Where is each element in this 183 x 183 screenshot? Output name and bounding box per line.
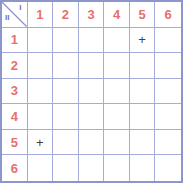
cell-r2c2[interactable] [53,53,79,79]
cell-r1c4[interactable] [104,28,130,54]
cell-r2c1[interactable] [28,53,54,79]
cell-r6c6[interactable] [155,155,181,181]
corner-axis-cell: III [2,2,28,28]
cell-r4c4[interactable] [104,104,130,130]
row-header-1: 1 [2,28,28,54]
cell-r3c3[interactable] [79,79,105,105]
cell-r2c5[interactable] [130,53,156,79]
row-header-6: 6 [2,155,28,181]
axis-label-top: I [19,4,21,12]
row-header-5: 5 [2,130,28,156]
cell-r1c2[interactable] [53,28,79,54]
row-header-3: 3 [2,79,28,105]
axis-label-bottom: II [5,14,9,22]
cell-r2c3[interactable] [79,53,105,79]
cell-r6c5[interactable] [130,155,156,181]
cell-r5c3[interactable] [79,130,105,156]
col-header-5: 5 [130,2,156,28]
cell-r5c2[interactable] [53,130,79,156]
cell-r2c4[interactable] [104,53,130,79]
row-header-4: 4 [2,104,28,130]
cell-r5c4[interactable] [104,130,130,156]
cell-r3c6[interactable] [155,79,181,105]
cell-r6c4[interactable] [104,155,130,181]
cell-r4c5[interactable] [130,104,156,130]
cell-r4c2[interactable] [53,104,79,130]
cell-r1c1[interactable] [28,28,54,54]
cell-r1c6[interactable] [155,28,181,54]
col-header-3: 3 [79,2,105,28]
cell-r6c2[interactable] [53,155,79,181]
col-header-4: 4 [104,2,130,28]
cell-r3c2[interactable] [53,79,79,105]
cell-r5c5[interactable] [130,130,156,156]
cell-r3c5[interactable] [130,79,156,105]
cell-r4c1[interactable] [28,104,54,130]
cell-r4c6[interactable] [155,104,181,130]
col-header-2: 2 [53,2,79,28]
cell-r3c4[interactable] [104,79,130,105]
cell-r3c1[interactable] [28,79,54,105]
cell-r4c3[interactable] [79,104,105,130]
cell-r2c6[interactable] [155,53,181,79]
cell-r1c5[interactable]: + [130,28,156,54]
puzzle-grid: III1234561+2345+6 [0,0,183,183]
cell-r6c3[interactable] [79,155,105,181]
col-header-6: 6 [155,2,181,28]
cell-r6c1[interactable] [28,155,54,181]
cell-r1c3[interactable] [79,28,105,54]
row-header-2: 2 [2,53,28,79]
col-header-1: 1 [28,2,54,28]
cell-r5c6[interactable] [155,130,181,156]
cell-r5c1[interactable]: + [28,130,54,156]
